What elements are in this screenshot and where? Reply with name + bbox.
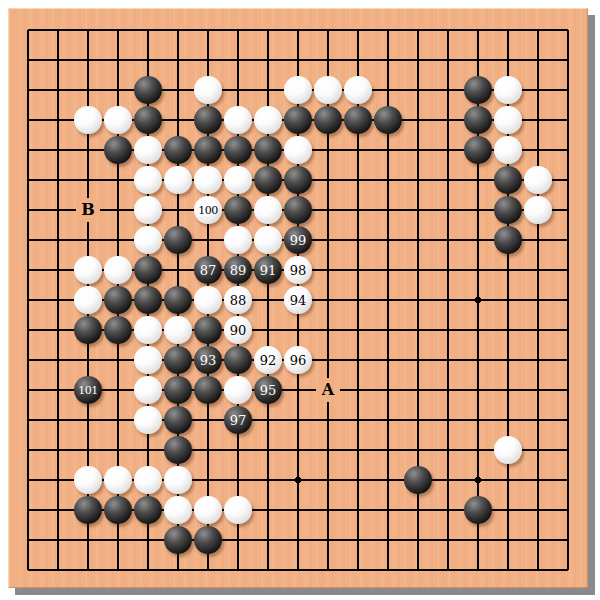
- stone-white: [194, 166, 222, 194]
- stone-white: 90: [224, 316, 252, 344]
- move-number-label: 94: [290, 294, 307, 307]
- stone-white: [74, 256, 102, 284]
- stone-black: [284, 196, 312, 224]
- stone-black: [194, 376, 222, 404]
- stone-black: [284, 106, 312, 134]
- stone-white: [164, 316, 192, 344]
- stone-white: [194, 76, 222, 104]
- stone-black: [224, 196, 252, 224]
- move-number-label: 98: [290, 264, 307, 277]
- stone-white: [134, 226, 162, 254]
- stone-white: [134, 196, 162, 224]
- stone-white: [224, 496, 252, 524]
- stone-white: 100: [194, 196, 222, 224]
- stone-black: [134, 76, 162, 104]
- stone-black: [464, 496, 492, 524]
- stone-white: [74, 106, 102, 134]
- stone-black: 93: [194, 346, 222, 374]
- stone-black: 89: [224, 256, 252, 284]
- stone-black: [254, 166, 282, 194]
- stone-black: [164, 376, 192, 404]
- annotation-b: B: [76, 198, 100, 222]
- annotation-letter: A: [322, 382, 334, 398]
- stone-black: [464, 76, 492, 104]
- stone-white: [494, 106, 522, 134]
- stone-white: [194, 496, 222, 524]
- stone-white: [254, 106, 282, 134]
- stone-black: [224, 136, 252, 164]
- move-number-label: 100: [198, 205, 218, 216]
- hoshi-point: [295, 477, 301, 483]
- stone-white: [314, 76, 342, 104]
- stone-white: [134, 166, 162, 194]
- stone-white: [494, 76, 522, 104]
- stone-black: 97: [224, 406, 252, 434]
- stone-black: 91: [254, 256, 282, 284]
- stone-white: [104, 256, 132, 284]
- stone-white: [224, 166, 252, 194]
- stone-black: [104, 286, 132, 314]
- stone-white: [104, 466, 132, 494]
- stone-black: 87: [194, 256, 222, 284]
- move-number-label: 95: [260, 384, 277, 397]
- stone-white: 98: [284, 256, 312, 284]
- stone-white: [224, 226, 252, 254]
- stone-white: [284, 76, 312, 104]
- stone-white: [494, 136, 522, 164]
- stone-white: [134, 346, 162, 374]
- stone-white: [524, 196, 552, 224]
- stone-black: 99: [284, 226, 312, 254]
- stone-black: [104, 316, 132, 344]
- stone-black: [164, 406, 192, 434]
- annotation-a: A: [316, 378, 340, 402]
- move-number-label: 93: [200, 354, 217, 367]
- move-number-label: 92: [260, 354, 277, 367]
- move-number-label: 87: [200, 264, 217, 277]
- stone-white: [524, 166, 552, 194]
- stone-black: [164, 136, 192, 164]
- stone-white: [74, 466, 102, 494]
- stone-black: [464, 136, 492, 164]
- hoshi-point: [475, 297, 481, 303]
- move-number-label: 88: [230, 294, 247, 307]
- stone-black: [164, 436, 192, 464]
- stone-white: 94: [284, 286, 312, 314]
- stone-black: [344, 106, 372, 134]
- stone-black: [134, 286, 162, 314]
- stone-white: [344, 76, 372, 104]
- stone-white: [104, 106, 132, 134]
- stone-black: [194, 106, 222, 134]
- stone-white: 92: [254, 346, 282, 374]
- stone-black: [194, 136, 222, 164]
- stone-white: 88: [224, 286, 252, 314]
- stone-white: [164, 496, 192, 524]
- stone-white: [134, 376, 162, 404]
- stone-white: [254, 226, 282, 254]
- stone-black: [194, 316, 222, 344]
- stone-black: [494, 196, 522, 224]
- hoshi-point: [475, 477, 481, 483]
- stone-white: [134, 136, 162, 164]
- stone-black: [104, 496, 132, 524]
- stone-white: [224, 376, 252, 404]
- stone-black: [164, 526, 192, 554]
- stone-white: [284, 136, 312, 164]
- stone-white: [134, 406, 162, 434]
- move-number-label: 96: [290, 354, 307, 367]
- stone-white: [224, 106, 252, 134]
- stone-black: [494, 166, 522, 194]
- stone-black: [464, 106, 492, 134]
- stone-black: [164, 226, 192, 254]
- move-number-label: 97: [230, 414, 247, 427]
- stone-white: [134, 466, 162, 494]
- stone-black: [74, 496, 102, 524]
- stone-black: [134, 106, 162, 134]
- stone-black: [164, 286, 192, 314]
- stone-black: [194, 526, 222, 554]
- stone-black: [134, 496, 162, 524]
- stone-white: [164, 466, 192, 494]
- annotation-letter: B: [81, 202, 95, 218]
- goban[interactable]: 10099878991988894909392961019597AB: [8, 8, 588, 588]
- move-number-label: 101: [78, 385, 98, 396]
- go-diagram-page: { "game": "go", "board_size": 19, "posit…: [0, 0, 600, 600]
- stone-black: [164, 346, 192, 374]
- move-number-label: 91: [260, 264, 277, 277]
- stone-black: [314, 106, 342, 134]
- stone-white: [194, 286, 222, 314]
- move-number-label: 89: [230, 264, 247, 277]
- stone-white: [164, 166, 192, 194]
- stone-white: [74, 286, 102, 314]
- stone-white: [494, 436, 522, 464]
- stone-black: 95: [254, 376, 282, 404]
- stone-black: [254, 136, 282, 164]
- stone-black: 101: [74, 376, 102, 404]
- stone-white: [134, 316, 162, 344]
- stone-black: [224, 346, 252, 374]
- stone-black: [134, 256, 162, 284]
- stone-black: [404, 466, 432, 494]
- stone-white: [254, 196, 282, 224]
- stone-black: [284, 166, 312, 194]
- move-number-label: 90: [230, 324, 247, 337]
- stone-black: [104, 136, 132, 164]
- stone-black: [374, 106, 402, 134]
- move-number-label: 99: [290, 234, 307, 247]
- stone-white: 96: [284, 346, 312, 374]
- stone-black: [494, 226, 522, 254]
- stone-black: [74, 316, 102, 344]
